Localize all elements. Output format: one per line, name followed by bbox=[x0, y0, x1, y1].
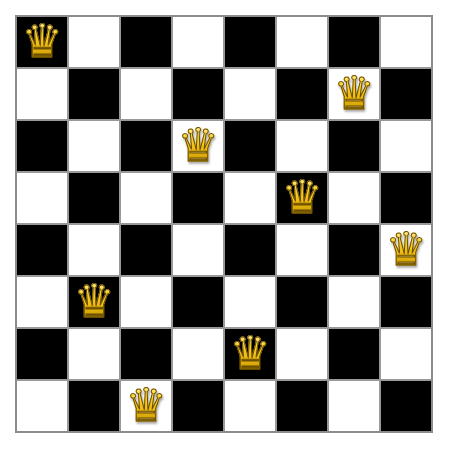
square-g5[interactable] bbox=[329, 173, 379, 223]
square-d7[interactable] bbox=[173, 69, 223, 119]
square-a5[interactable] bbox=[17, 173, 67, 223]
square-e1[interactable] bbox=[225, 381, 275, 431]
square-h5[interactable] bbox=[381, 173, 431, 223]
queen-piece: ♛ bbox=[125, 380, 166, 430]
square-c8[interactable] bbox=[121, 17, 171, 67]
square-a2[interactable] bbox=[17, 329, 67, 379]
queen-piece: ♛ bbox=[333, 68, 374, 118]
queen-piece: ♛ bbox=[229, 328, 270, 378]
square-f6[interactable] bbox=[277, 121, 327, 171]
square-b2[interactable] bbox=[69, 329, 119, 379]
square-d4[interactable] bbox=[173, 225, 223, 275]
square-h1[interactable] bbox=[381, 381, 431, 431]
square-d5[interactable] bbox=[173, 173, 223, 223]
square-c7[interactable] bbox=[121, 69, 171, 119]
square-f1[interactable] bbox=[277, 381, 327, 431]
chess-board: ♛♛♛♛♛♛♛♛ bbox=[15, 15, 433, 433]
square-h6[interactable] bbox=[381, 121, 431, 171]
square-f8[interactable] bbox=[277, 17, 327, 67]
square-b1[interactable] bbox=[69, 381, 119, 431]
square-a1[interactable] bbox=[17, 381, 67, 431]
page: ♛♛♛♛♛♛♛♛ bbox=[0, 0, 450, 450]
square-g8[interactable] bbox=[329, 17, 379, 67]
square-c2[interactable] bbox=[121, 329, 171, 379]
square-e6[interactable] bbox=[225, 121, 275, 171]
square-f5[interactable]: ♛ bbox=[277, 173, 327, 223]
queen-piece: ♛ bbox=[177, 120, 218, 170]
square-b7[interactable] bbox=[69, 69, 119, 119]
square-g3[interactable] bbox=[329, 277, 379, 327]
square-d1[interactable] bbox=[173, 381, 223, 431]
square-e2[interactable]: ♛ bbox=[225, 329, 275, 379]
square-c6[interactable] bbox=[121, 121, 171, 171]
queen-piece: ♛ bbox=[281, 172, 322, 222]
square-e4[interactable] bbox=[225, 225, 275, 275]
square-h7[interactable] bbox=[381, 69, 431, 119]
square-a3[interactable] bbox=[17, 277, 67, 327]
square-b4[interactable] bbox=[69, 225, 119, 275]
square-g4[interactable] bbox=[329, 225, 379, 275]
square-c5[interactable] bbox=[121, 173, 171, 223]
square-c1[interactable]: ♛ bbox=[121, 381, 171, 431]
square-a6[interactable] bbox=[17, 121, 67, 171]
square-c4[interactable] bbox=[121, 225, 171, 275]
square-b8[interactable] bbox=[69, 17, 119, 67]
square-a4[interactable] bbox=[17, 225, 67, 275]
square-h3[interactable] bbox=[381, 277, 431, 327]
square-h2[interactable] bbox=[381, 329, 431, 379]
square-e8[interactable] bbox=[225, 17, 275, 67]
queen-piece: ♛ bbox=[21, 16, 62, 66]
square-g2[interactable] bbox=[329, 329, 379, 379]
square-h8[interactable] bbox=[381, 17, 431, 67]
square-d3[interactable] bbox=[173, 277, 223, 327]
square-d8[interactable] bbox=[173, 17, 223, 67]
square-d2[interactable] bbox=[173, 329, 223, 379]
square-d6[interactable]: ♛ bbox=[173, 121, 223, 171]
queen-piece: ♛ bbox=[385, 224, 426, 274]
square-f7[interactable] bbox=[277, 69, 327, 119]
square-g7[interactable]: ♛ bbox=[329, 69, 379, 119]
square-c3[interactable] bbox=[121, 277, 171, 327]
square-b5[interactable] bbox=[69, 173, 119, 223]
square-f3[interactable] bbox=[277, 277, 327, 327]
square-f2[interactable] bbox=[277, 329, 327, 379]
square-g1[interactable] bbox=[329, 381, 379, 431]
queen-piece: ♛ bbox=[73, 276, 114, 326]
square-b3[interactable]: ♛ bbox=[69, 277, 119, 327]
square-e7[interactable] bbox=[225, 69, 275, 119]
square-b6[interactable] bbox=[69, 121, 119, 171]
square-e3[interactable] bbox=[225, 277, 275, 327]
square-f4[interactable] bbox=[277, 225, 327, 275]
square-g6[interactable] bbox=[329, 121, 379, 171]
square-h4[interactable]: ♛ bbox=[381, 225, 431, 275]
square-a8[interactable]: ♛ bbox=[17, 17, 67, 67]
square-e5[interactable] bbox=[225, 173, 275, 223]
square-a7[interactable] bbox=[17, 69, 67, 119]
